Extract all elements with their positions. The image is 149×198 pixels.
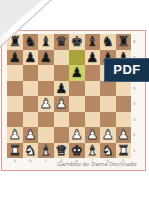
square-g3	[100, 112, 116, 128]
piece-black-pawn-f7: ♟	[85, 50, 101, 66]
square-a7: ♟	[7, 50, 23, 66]
square-a6	[7, 65, 23, 81]
piece-black-pawn-e6: ♟	[69, 65, 85, 81]
square-b6	[23, 65, 39, 81]
square-e8: ♚	[69, 34, 85, 50]
square-d1: ♛	[54, 143, 70, 159]
piece-black-knight-b8: ♞	[23, 34, 39, 50]
square-e5	[69, 81, 85, 97]
piece-white-pawn-h2: ♟	[116, 127, 132, 143]
square-f5	[85, 81, 101, 97]
square-e4	[69, 96, 85, 112]
piece-black-queen-d8: ♛	[54, 34, 70, 50]
diagram-frame: ♜♞♝♛♚♝♞♜♟♟♟♟♟♟♟♟♟♟♟♟♟♟♟♟♜♞♝♛♚♝♞♜ 8765432…	[1, 30, 146, 171]
square-a4	[7, 96, 23, 112]
square-h1: ♜	[116, 143, 132, 159]
rank-label-3: 3	[132, 112, 140, 128]
piece-black-pawn-a7: ♟	[7, 50, 23, 66]
square-g5	[100, 81, 116, 97]
square-a1: ♜	[7, 143, 23, 159]
square-f1: ♝	[85, 143, 101, 159]
piece-black-bishop-f8: ♝	[85, 34, 101, 50]
rank-label-8: 8	[132, 34, 140, 50]
piece-white-pawn-g2: ♟	[100, 127, 116, 143]
square-g2: ♟	[100, 127, 116, 143]
square-g4	[100, 96, 116, 112]
square-c5	[38, 81, 54, 97]
square-g1: ♞	[100, 143, 116, 159]
square-h4	[116, 96, 132, 112]
square-c8: ♝	[38, 34, 54, 50]
file-label-a: a	[7, 158, 23, 163]
piece-white-bishop-c1: ♝	[38, 143, 54, 159]
piece-white-bishop-f1: ♝	[85, 143, 101, 159]
piece-white-knight-g1: ♞	[100, 143, 116, 159]
square-c1: ♝	[38, 143, 54, 159]
square-b5	[23, 81, 39, 97]
square-h8: ♜	[116, 34, 132, 50]
piece-white-pawn-e2: ♟	[69, 127, 85, 143]
rank-label-4: 4	[132, 96, 140, 112]
square-f6	[85, 65, 101, 81]
piece-black-knight-g8: ♞	[100, 34, 116, 50]
square-b2: ♟	[23, 127, 39, 143]
piece-white-queen-d1: ♛	[54, 143, 70, 159]
square-e2: ♟	[69, 127, 85, 143]
chess-board: ♜♞♝♛♚♝♞♜♟♟♟♟♟♟♟♟♟♟♟♟♟♟♟♟♜♞♝♛♚♝♞♜	[7, 34, 131, 158]
square-b4	[23, 96, 39, 112]
rank-labels: 87654321	[132, 34, 140, 158]
square-c2	[38, 127, 54, 143]
piece-black-king-e8: ♚	[69, 34, 85, 50]
piece-black-pawn-d5: ♟	[54, 81, 70, 97]
square-h3	[116, 112, 132, 128]
square-f8: ♝	[85, 34, 101, 50]
square-a2: ♟	[7, 127, 23, 143]
piece-white-rook-a1: ♜	[7, 143, 23, 159]
square-h5	[116, 81, 132, 97]
square-h2: ♟	[116, 127, 132, 143]
square-b8: ♞	[23, 34, 39, 50]
piece-black-rook-h8: ♜	[116, 34, 132, 50]
piece-white-pawn-f2: ♟	[85, 127, 101, 143]
square-b7: ♟	[23, 50, 39, 66]
square-f4	[85, 96, 101, 112]
file-label-b: b	[23, 158, 39, 163]
file-label-c: c	[38, 158, 54, 163]
piece-white-pawn-d4: ♟	[54, 96, 70, 112]
square-f3	[85, 112, 101, 128]
square-d2	[54, 127, 70, 143]
square-e3	[69, 112, 85, 128]
opening-caption: Gambito de Dama Declinado	[54, 161, 140, 168]
square-c3	[38, 112, 54, 128]
square-c4: ♟	[38, 96, 54, 112]
piece-white-pawn-c4: ♟	[38, 96, 54, 112]
square-d5: ♟	[54, 81, 70, 97]
square-c6	[38, 65, 54, 81]
piece-white-pawn-b2: ♟	[23, 127, 39, 143]
square-e6: ♟	[69, 65, 85, 81]
document-thumbnail[interactable]: ♜♞♝♛♚♝♞♜♟♟♟♟♟♟♟♟♟♟♟♟♟♟♟♟♜♞♝♛♚♝♞♜ 8765432…	[0, 0, 149, 198]
rank-label-2: 2	[132, 127, 140, 143]
square-d4: ♟	[54, 96, 70, 112]
square-e1: ♚	[69, 143, 85, 159]
square-f2: ♟	[85, 127, 101, 143]
piece-white-pawn-a2: ♟	[7, 127, 23, 143]
piece-white-knight-b1: ♞	[23, 143, 39, 159]
square-d3	[54, 112, 70, 128]
square-a3	[7, 112, 23, 128]
square-d8: ♛	[54, 34, 70, 50]
square-c7: ♟	[38, 50, 54, 66]
piece-white-king-e1: ♚	[69, 143, 85, 159]
rank-label-1: 1	[132, 143, 140, 159]
piece-white-rook-h1: ♜	[116, 143, 132, 159]
piece-black-bishop-c8: ♝	[38, 34, 54, 50]
piece-black-pawn-b7: ♟	[23, 50, 39, 66]
square-f7: ♟	[85, 50, 101, 66]
square-b3	[23, 112, 39, 128]
square-d6	[54, 65, 70, 81]
square-b1: ♞	[23, 143, 39, 159]
rank-label-5: 5	[132, 81, 140, 97]
square-a5	[7, 81, 23, 97]
pdf-badge: PDF	[104, 58, 149, 82]
square-d7	[54, 50, 70, 66]
piece-black-pawn-c7: ♟	[38, 50, 54, 66]
square-g8: ♞	[100, 34, 116, 50]
square-e7	[69, 50, 85, 66]
